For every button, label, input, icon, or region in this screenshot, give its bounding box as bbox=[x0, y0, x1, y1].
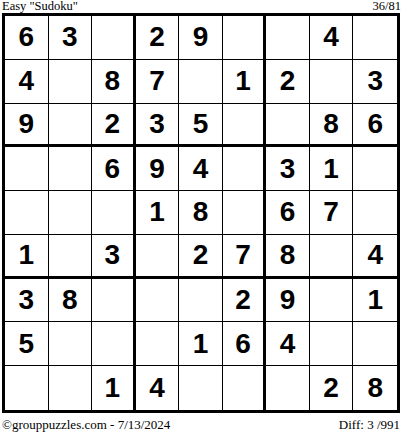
cell-r6c3: 3 bbox=[92, 235, 136, 279]
cell-r2c5[interactable] bbox=[179, 60, 223, 104]
cell-r7c8[interactable] bbox=[310, 279, 354, 323]
cell-r7c2: 8 bbox=[49, 279, 93, 323]
copyright-credit: ©grouppuzzles.com - 7/13/2024 bbox=[2, 417, 170, 432]
cell-r9c7[interactable] bbox=[266, 366, 310, 410]
cell-r1c7[interactable] bbox=[266, 16, 310, 60]
cell-r4c7: 3 bbox=[266, 147, 310, 191]
cell-r5c2[interactable] bbox=[49, 191, 93, 235]
cell-r7c1: 3 bbox=[5, 279, 49, 323]
cell-r7c9: 1 bbox=[353, 279, 397, 323]
cell-r5c7: 6 bbox=[266, 191, 310, 235]
cell-r2c2[interactable] bbox=[49, 60, 93, 104]
cell-r9c2[interactable] bbox=[49, 366, 93, 410]
cell-r5c6[interactable] bbox=[223, 191, 267, 235]
cell-r3c1: 9 bbox=[5, 104, 49, 148]
cell-r4c5: 4 bbox=[179, 147, 223, 191]
cell-r9c1[interactable] bbox=[5, 366, 49, 410]
cell-r2c3: 8 bbox=[92, 60, 136, 104]
puzzle-title: Easy "Sudoku" bbox=[2, 0, 78, 13]
cell-r7c4[interactable] bbox=[136, 279, 180, 323]
cell-r5c1[interactable] bbox=[5, 191, 49, 235]
cell-r4c2[interactable] bbox=[49, 147, 93, 191]
cell-r4c8: 1 bbox=[310, 147, 354, 191]
cell-r5c9[interactable] bbox=[353, 191, 397, 235]
cell-r2c6: 1 bbox=[223, 60, 267, 104]
cell-r5c3[interactable] bbox=[92, 191, 136, 235]
cell-r6c2[interactable] bbox=[49, 235, 93, 279]
cell-r1c2: 3 bbox=[49, 16, 93, 60]
cell-r9c8: 2 bbox=[310, 366, 354, 410]
cell-r6c8[interactable] bbox=[310, 235, 354, 279]
cell-r1c6[interactable] bbox=[223, 16, 267, 60]
cell-r8c2[interactable] bbox=[49, 322, 93, 366]
cell-r5c4: 1 bbox=[136, 191, 180, 235]
cell-r3c4: 3 bbox=[136, 104, 180, 148]
page-footer: ©grouppuzzles.com - 7/13/2024 Diff: 3 /9… bbox=[2, 417, 400, 432]
cell-r4c3: 6 bbox=[92, 147, 136, 191]
cell-r3c6[interactable] bbox=[223, 104, 267, 148]
cell-r6c5: 2 bbox=[179, 235, 223, 279]
cell-r8c6: 6 bbox=[223, 322, 267, 366]
cell-r6c6: 7 bbox=[223, 235, 267, 279]
cell-r6c7: 8 bbox=[266, 235, 310, 279]
difficulty-label: Diff: 3 /991 bbox=[339, 417, 400, 432]
cell-r8c9[interactable] bbox=[353, 322, 397, 366]
cell-r3c7[interactable] bbox=[266, 104, 310, 148]
cell-r7c3[interactable] bbox=[92, 279, 136, 323]
cell-r1c5: 9 bbox=[179, 16, 223, 60]
cell-r1c9[interactable] bbox=[353, 16, 397, 60]
cell-r3c8: 8 bbox=[310, 104, 354, 148]
cell-r8c4[interactable] bbox=[136, 322, 180, 366]
cell-r4c9[interactable] bbox=[353, 147, 397, 191]
cell-r3c2[interactable] bbox=[49, 104, 93, 148]
cell-r7c6: 2 bbox=[223, 279, 267, 323]
cell-r2c9: 3 bbox=[353, 60, 397, 104]
cell-r4c1[interactable] bbox=[5, 147, 49, 191]
cell-r8c5: 1 bbox=[179, 322, 223, 366]
cell-r1c4: 2 bbox=[136, 16, 180, 60]
cell-r5c5: 8 bbox=[179, 191, 223, 235]
cell-r6c9: 4 bbox=[353, 235, 397, 279]
cell-r5c8: 7 bbox=[310, 191, 354, 235]
cell-r2c8[interactable] bbox=[310, 60, 354, 104]
cell-r3c9: 6 bbox=[353, 104, 397, 148]
cell-r8c8[interactable] bbox=[310, 322, 354, 366]
sudoku-grid: 6329448712392358669431186713278438291516… bbox=[2, 13, 400, 413]
cell-r9c9: 8 bbox=[353, 366, 397, 410]
cell-r4c4: 9 bbox=[136, 147, 180, 191]
cell-r7c5[interactable] bbox=[179, 279, 223, 323]
cell-r2c4: 7 bbox=[136, 60, 180, 104]
cell-r2c1: 4 bbox=[5, 60, 49, 104]
cell-r9c5[interactable] bbox=[179, 366, 223, 410]
cell-r8c1: 5 bbox=[5, 322, 49, 366]
cell-r9c4: 4 bbox=[136, 366, 180, 410]
cell-r8c7: 4 bbox=[266, 322, 310, 366]
cell-r9c6[interactable] bbox=[223, 366, 267, 410]
page-header: Easy "Sudoku" 36/81 bbox=[2, 0, 401, 13]
cell-r1c3[interactable] bbox=[92, 16, 136, 60]
cell-r6c1: 1 bbox=[5, 235, 49, 279]
cell-r2c7: 2 bbox=[266, 60, 310, 104]
cell-r3c3: 2 bbox=[92, 104, 136, 148]
cell-r3c5: 5 bbox=[179, 104, 223, 148]
cell-r1c8: 4 bbox=[310, 16, 354, 60]
cell-r8c3[interactable] bbox=[92, 322, 136, 366]
cell-r6c4[interactable] bbox=[136, 235, 180, 279]
sudoku-page: { "game": "sudoku", "position": "63.29..… bbox=[0, 0, 402, 437]
cell-r7c7: 9 bbox=[266, 279, 310, 323]
cell-r1c1: 6 bbox=[5, 16, 49, 60]
cell-r9c3: 1 bbox=[92, 366, 136, 410]
cell-r4c6[interactable] bbox=[223, 147, 267, 191]
empty-cells-counter: 36/81 bbox=[373, 0, 401, 13]
